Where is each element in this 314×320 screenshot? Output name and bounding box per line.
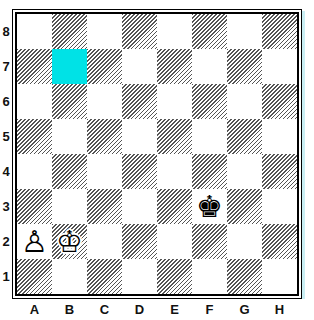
- square-c8[interactable]: [87, 14, 122, 49]
- square-b6[interactable]: [52, 84, 87, 119]
- rank-label-4: 4: [0, 154, 12, 189]
- square-f1[interactable]: [192, 259, 227, 294]
- square-g7[interactable]: [227, 49, 262, 84]
- square-e5[interactable]: [157, 119, 192, 154]
- square-b4[interactable]: [52, 154, 87, 189]
- square-h2[interactable]: [262, 224, 297, 259]
- square-f3[interactable]: ♚: [192, 189, 227, 224]
- square-b8[interactable]: [52, 14, 87, 49]
- rank-label-2: 2: [0, 224, 12, 259]
- square-c7[interactable]: [87, 49, 122, 84]
- rank-labels: 87654321: [0, 14, 12, 294]
- square-d5[interactable]: [122, 119, 157, 154]
- square-a8[interactable]: [17, 14, 52, 49]
- square-g8[interactable]: [227, 14, 262, 49]
- square-c1[interactable]: [87, 259, 122, 294]
- square-a1[interactable]: [17, 259, 52, 294]
- rank-label-1: 1: [0, 259, 12, 294]
- square-g4[interactable]: [227, 154, 262, 189]
- square-g6[interactable]: [227, 84, 262, 119]
- rank-label-3: 3: [0, 189, 12, 224]
- rank-label-7: 7: [0, 49, 12, 84]
- square-h7[interactable]: [262, 49, 297, 84]
- file-label-e: E: [157, 300, 192, 318]
- square-g2[interactable]: [227, 224, 262, 259]
- square-c4[interactable]: [87, 154, 122, 189]
- square-d6[interactable]: [122, 84, 157, 119]
- square-b1[interactable]: [52, 259, 87, 294]
- square-a5[interactable]: [17, 119, 52, 154]
- square-e6[interactable]: [157, 84, 192, 119]
- square-e1[interactable]: [157, 259, 192, 294]
- square-d7[interactable]: [122, 49, 157, 84]
- square-e4[interactable]: [157, 154, 192, 189]
- file-label-d: D: [122, 300, 157, 318]
- square-f7[interactable]: [192, 49, 227, 84]
- rank-label-6: 6: [0, 84, 12, 119]
- chess-board-frame: ♚♙♔: [12, 9, 302, 299]
- square-g3[interactable]: [227, 189, 262, 224]
- square-d4[interactable]: [122, 154, 157, 189]
- square-c6[interactable]: [87, 84, 122, 119]
- file-label-b: B: [52, 300, 87, 318]
- square-d2[interactable]: [122, 224, 157, 259]
- square-f6[interactable]: [192, 84, 227, 119]
- square-c2[interactable]: [87, 224, 122, 259]
- square-g1[interactable]: [227, 259, 262, 294]
- file-label-c: C: [87, 300, 122, 318]
- square-f2[interactable]: [192, 224, 227, 259]
- square-a4[interactable]: [17, 154, 52, 189]
- square-h8[interactable]: [262, 14, 297, 49]
- square-e3[interactable]: [157, 189, 192, 224]
- square-a6[interactable]: [17, 84, 52, 119]
- file-label-f: F: [192, 300, 227, 318]
- piece-white-pawn[interactable]: ♙: [21, 227, 48, 257]
- square-d1[interactable]: [122, 259, 157, 294]
- piece-white-king[interactable]: ♔: [56, 227, 83, 257]
- file-label-h: H: [262, 300, 297, 318]
- piece-black-king[interactable]: ♚: [196, 192, 223, 222]
- file-label-a: A: [17, 300, 52, 318]
- square-h1[interactable]: [262, 259, 297, 294]
- square-c5[interactable]: [87, 119, 122, 154]
- square-h6[interactable]: [262, 84, 297, 119]
- square-b5[interactable]: [52, 119, 87, 154]
- rank-label-8: 8: [0, 14, 12, 49]
- square-f8[interactable]: [192, 14, 227, 49]
- square-g5[interactable]: [227, 119, 262, 154]
- square-h4[interactable]: [262, 154, 297, 189]
- square-d3[interactable]: [122, 189, 157, 224]
- square-a7[interactable]: [17, 49, 52, 84]
- square-c3[interactable]: [87, 189, 122, 224]
- square-a3[interactable]: [17, 189, 52, 224]
- square-b2[interactable]: ♔: [52, 224, 87, 259]
- file-label-g: G: [227, 300, 262, 318]
- square-f5[interactable]: [192, 119, 227, 154]
- square-a2[interactable]: ♙: [17, 224, 52, 259]
- square-h5[interactable]: [262, 119, 297, 154]
- square-h3[interactable]: [262, 189, 297, 224]
- square-e8[interactable]: [157, 14, 192, 49]
- file-labels: ABCDEFGH: [17, 300, 297, 318]
- rank-label-5: 5: [0, 119, 12, 154]
- chess-diagram: 87654321 ♚♙♔ ABCDEFGH: [0, 0, 314, 320]
- square-e2[interactable]: [157, 224, 192, 259]
- square-b7[interactable]: [52, 49, 87, 84]
- square-d8[interactable]: [122, 14, 157, 49]
- square-f4[interactable]: [192, 154, 227, 189]
- square-e7[interactable]: [157, 49, 192, 84]
- chess-board: ♚♙♔: [15, 12, 299, 296]
- square-b3[interactable]: [52, 189, 87, 224]
